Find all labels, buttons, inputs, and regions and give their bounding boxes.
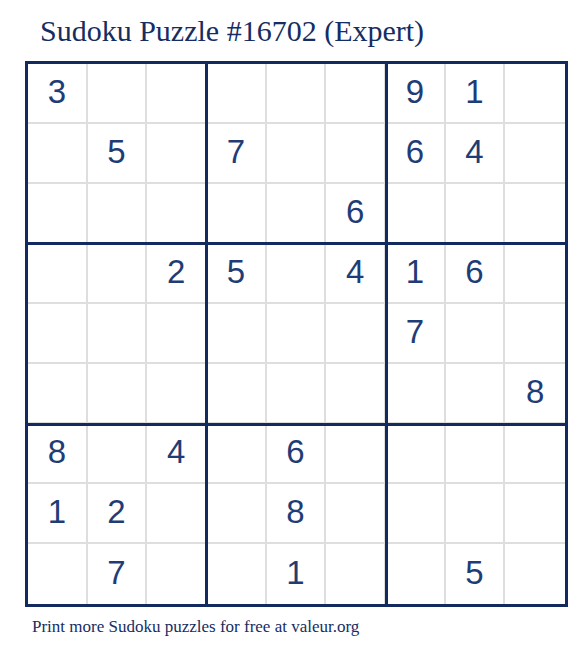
cell-r8c5[interactable]: 8 [267,484,327,544]
page-title: Sudoku Puzzle #16702 (Expert) [40,14,424,48]
cell-r8c9[interactable] [505,484,565,544]
cell-r9c2[interactable]: 7 [88,544,148,604]
cell-r8c8[interactable] [446,484,506,544]
cell-r2c2[interactable]: 5 [88,124,148,184]
cell-r3c9[interactable] [505,184,565,244]
cell-r4c2[interactable] [88,244,148,304]
cell-r9c8[interactable]: 5 [446,544,506,604]
cell-r2c6[interactable] [326,124,386,184]
cell-r1c5[interactable] [267,64,327,124]
cell-r7c3[interactable]: 4 [147,424,207,484]
cell-r7c8[interactable] [446,424,506,484]
cell-r5c3[interactable] [147,304,207,364]
sudoku-grid: 391576462541678846128715 [25,61,568,607]
cell-r5c1[interactable] [28,304,88,364]
page: Sudoku Puzzle #16702 (Expert) 3915764625… [0,0,580,651]
cell-r7c4[interactable] [207,424,267,484]
cell-r5c9[interactable] [505,304,565,364]
cell-r6c8[interactable] [446,364,506,424]
cell-r8c3[interactable] [147,484,207,544]
cell-r7c5[interactable]: 6 [267,424,327,484]
cell-r4c6[interactable]: 4 [326,244,386,304]
footer-text: Print more Sudoku puzzles for free at va… [32,617,359,637]
cell-r6c1[interactable] [28,364,88,424]
cell-r9c9[interactable] [505,544,565,604]
cell-r5c5[interactable] [267,304,327,364]
cell-r3c8[interactable] [446,184,506,244]
cell-r1c4[interactable] [207,64,267,124]
cell-r6c2[interactable] [88,364,148,424]
cell-r3c6[interactable]: 6 [326,184,386,244]
cell-r4c5[interactable] [267,244,327,304]
cell-r2c9[interactable] [505,124,565,184]
cell-r6c5[interactable] [267,364,327,424]
cell-r9c5[interactable]: 1 [267,544,327,604]
cell-r5c4[interactable] [207,304,267,364]
cell-r6c7[interactable] [386,364,446,424]
cell-r2c5[interactable] [267,124,327,184]
cell-r5c6[interactable] [326,304,386,364]
cell-r5c8[interactable] [446,304,506,364]
cell-r3c7[interactable] [386,184,446,244]
cell-r7c7[interactable] [386,424,446,484]
cell-r8c1[interactable]: 1 [28,484,88,544]
cell-r5c2[interactable] [88,304,148,364]
cell-r4c8[interactable]: 6 [446,244,506,304]
cell-r3c4[interactable] [207,184,267,244]
cell-r9c6[interactable] [326,544,386,604]
cell-r1c3[interactable] [147,64,207,124]
cell-r1c2[interactable] [88,64,148,124]
cell-r5c7[interactable]: 7 [386,304,446,364]
cell-r2c4[interactable]: 7 [207,124,267,184]
cell-r7c2[interactable] [88,424,148,484]
cell-r7c6[interactable] [326,424,386,484]
cell-r6c4[interactable] [207,364,267,424]
cell-r9c4[interactable] [207,544,267,604]
cell-r7c1[interactable]: 8 [28,424,88,484]
cell-r8c7[interactable] [386,484,446,544]
cell-r4c7[interactable]: 1 [386,244,446,304]
cell-r3c5[interactable] [267,184,327,244]
cell-r4c9[interactable] [505,244,565,304]
cell-r1c1[interactable]: 3 [28,64,88,124]
cell-r8c6[interactable] [326,484,386,544]
cell-r1c6[interactable] [326,64,386,124]
cell-r4c4[interactable]: 5 [207,244,267,304]
cell-r7c9[interactable] [505,424,565,484]
cell-r1c7[interactable]: 9 [386,64,446,124]
cell-r2c3[interactable] [147,124,207,184]
cell-r3c2[interactable] [88,184,148,244]
cell-r4c3[interactable]: 2 [147,244,207,304]
cell-r2c7[interactable]: 6 [386,124,446,184]
cell-r6c3[interactable] [147,364,207,424]
cell-r8c4[interactable] [207,484,267,544]
cell-r2c8[interactable]: 4 [446,124,506,184]
cell-r2c1[interactable] [28,124,88,184]
cell-r3c3[interactable] [147,184,207,244]
cell-r9c7[interactable] [386,544,446,604]
cell-r9c1[interactable] [28,544,88,604]
cell-r9c3[interactable] [147,544,207,604]
cell-r8c2[interactable]: 2 [88,484,148,544]
cell-r4c1[interactable] [28,244,88,304]
cell-r1c9[interactable] [505,64,565,124]
cell-r3c1[interactable] [28,184,88,244]
cell-r6c9[interactable]: 8 [505,364,565,424]
cell-r6c6[interactable] [326,364,386,424]
cell-r1c8[interactable]: 1 [446,64,506,124]
